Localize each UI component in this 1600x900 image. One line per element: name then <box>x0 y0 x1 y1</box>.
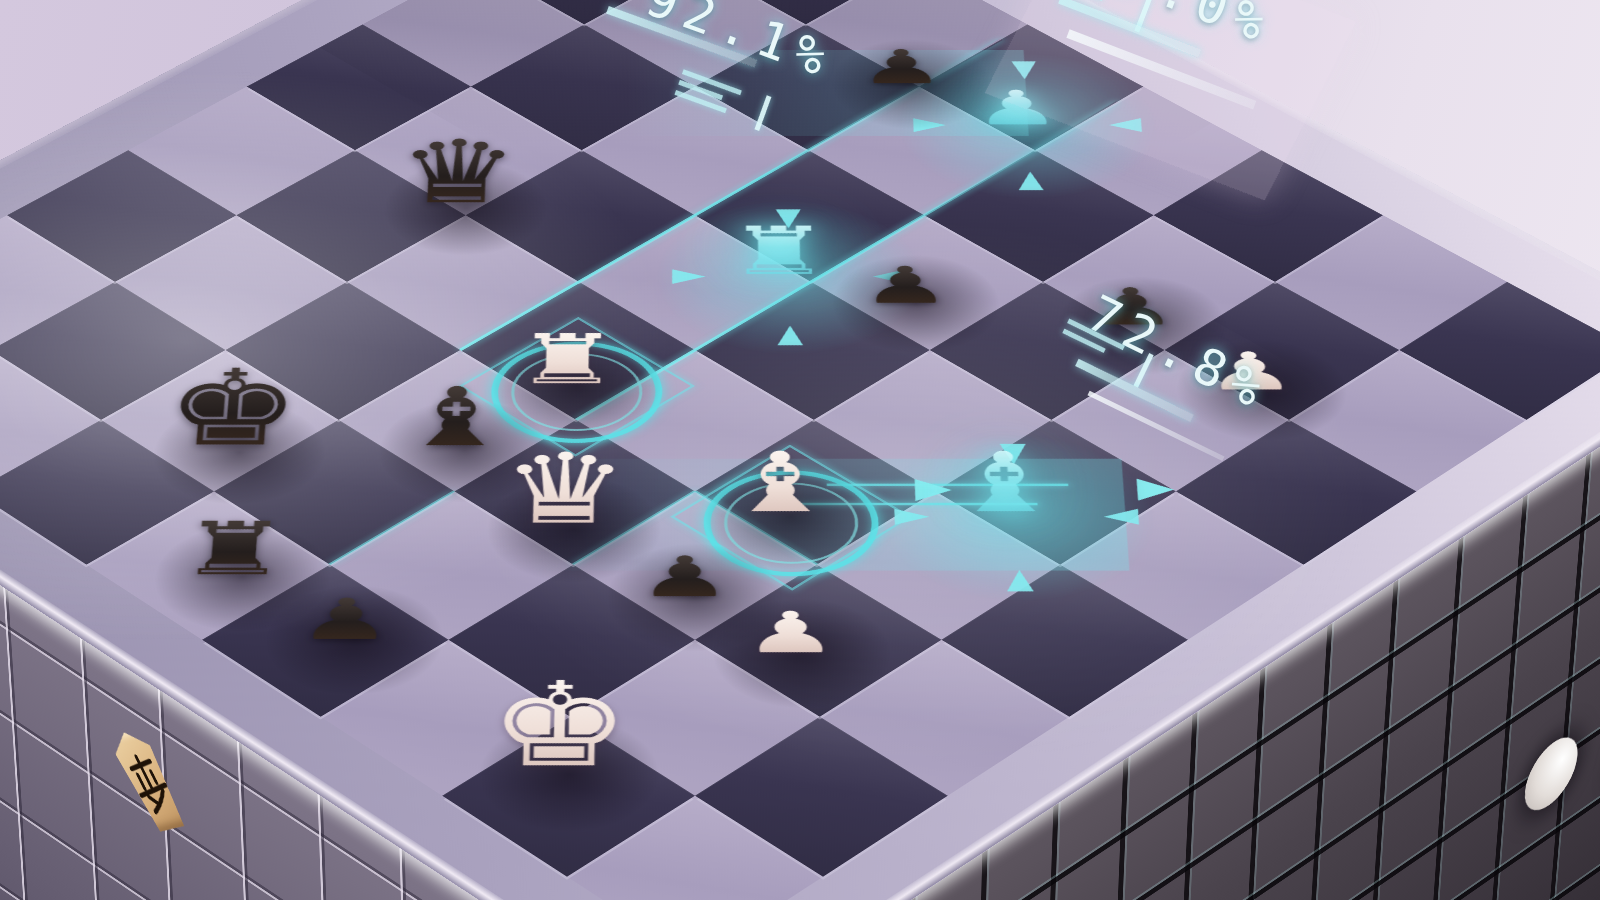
square-g4 <box>817 491 1060 639</box>
square-h4 <box>941 565 1187 717</box>
go-stone-white <box>1523 724 1581 823</box>
square-f3 <box>573 491 816 639</box>
piece-black-king-c2: ♚ <box>117 350 348 459</box>
piece-shadow <box>660 438 922 596</box>
piece-white-queen-e3: ♛ <box>450 424 677 536</box>
piece-shadow <box>432 690 705 862</box>
piece-white-pawn-g3: ♟ <box>675 543 907 660</box>
piece-black-pawn-f3: ♟ <box>570 489 800 603</box>
target-reticle-g5 <box>895 444 1136 590</box>
piece-black-queen-b5: ♛ <box>349 114 566 214</box>
piece-shadow <box>443 451 705 610</box>
move-arrow-icon <box>1136 479 1175 501</box>
piece-white-pawn-g7: ♟ <box>1133 289 1363 396</box>
piece-shadow <box>668 571 936 737</box>
holo-piece-pawn-d8: ♟ <box>909 33 1124 130</box>
shogi-kanji-fu-icon <box>117 748 182 818</box>
square-g2 <box>570 640 820 796</box>
square-e1 <box>202 565 448 717</box>
piece-black-rook-d1: ♜ <box>117 470 352 584</box>
square-f1 <box>321 640 571 796</box>
glow-square-edge <box>328 490 455 565</box>
piece-black-pawn-e6: ♟ <box>795 205 1015 309</box>
square-f2 <box>449 565 695 717</box>
piece-black-pawn-e1: ♟ <box>228 530 464 646</box>
move-path-line <box>827 484 1069 486</box>
highlight-outline-f4 <box>670 444 911 590</box>
square-h5 <box>1060 491 1303 639</box>
piece-shadow <box>110 498 375 660</box>
shogi-tile-gin <box>0 717 1 815</box>
square-h1 <box>567 796 823 900</box>
highlight-ring-f4 <box>667 449 915 599</box>
square-h3 <box>820 640 1070 796</box>
piece-white-bishop-f4: ♝ <box>668 411 895 522</box>
piece-shadow <box>221 558 488 723</box>
square-e2 <box>330 491 573 639</box>
square-h2 <box>695 717 948 877</box>
piece-white-king-g1: ♚ <box>440 660 677 781</box>
move-path-line <box>795 503 1037 505</box>
move-arrow-icon <box>914 479 952 501</box>
piece-shadow <box>562 517 827 680</box>
square-g3 <box>695 565 941 717</box>
holo-light-beam <box>320 459 1130 571</box>
square-g1 <box>442 717 695 877</box>
chess-board: ♟♟♛♜♟♟♟♜♝♚♝♛♝♟♜♟♟♚ <box>0 0 1600 900</box>
square-h6 <box>1176 420 1416 565</box>
holo-piece-bishop-g5: ♝ <box>889 411 1119 522</box>
square-b1 <box>0 350 101 491</box>
square-d1 <box>86 491 329 639</box>
shogi-tile-fu <box>100 726 198 835</box>
scene: ♟♟♛♜♟♟♟♜♝♚♝♛♝♟♜♟♟♚ <box>0 0 1600 900</box>
